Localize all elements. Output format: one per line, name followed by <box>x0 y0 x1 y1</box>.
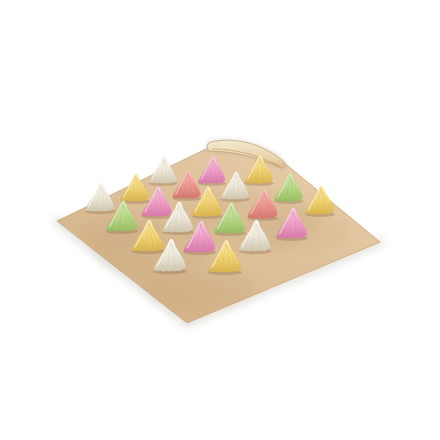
scene-svg <box>0 0 440 440</box>
meringue-white <box>85 182 115 213</box>
photo-canvas <box>0 0 440 440</box>
meringue-white <box>149 156 178 186</box>
